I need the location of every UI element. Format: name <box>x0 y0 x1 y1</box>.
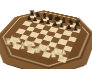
white-bishop[interactable]: ♝ <box>41 48 49 57</box>
white-rook[interactable]: ♜ <box>57 52 65 61</box>
black-pawn[interactable]: ♟ <box>45 20 51 26</box>
black-pawn[interactable]: ♟ <box>52 21 58 27</box>
black-pawn[interactable]: ♟ <box>59 23 65 29</box>
black-pawn[interactable]: ♟ <box>33 17 38 23</box>
black-pawn[interactable]: ♟ <box>73 26 79 32</box>
black-pawn[interactable]: ♟ <box>26 15 31 21</box>
black-pawn[interactable]: ♟ <box>39 18 44 24</box>
black-pawn[interactable]: ♟ <box>66 24 72 30</box>
scene: ♜♞♝♛♚♝♞♜♟♟♟♟♟♟♟♟♟♟♟♟♟♟♟♟♜♞♝♛♚♝♞♜ <box>0 0 92 69</box>
chess-board: ♜♞♝♛♚♝♞♜♟♟♟♟♟♟♟♟♟♟♟♟♟♟♟♟♜♞♝♛♚♝♞♜ <box>0 7 92 69</box>
chess-set-photo: ♜♞♝♛♚♝♞♜♟♟♟♟♟♟♟♟♟♟♟♟♟♟♟♟♜♞♝♛♚♝♞♜ <box>0 0 92 69</box>
